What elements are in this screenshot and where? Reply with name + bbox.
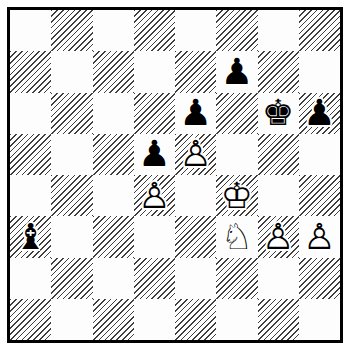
square-g6[interactable]: ♚ bbox=[258, 93, 299, 134]
black-pawn: ♟ bbox=[134, 134, 175, 175]
square-e2[interactable] bbox=[175, 258, 216, 299]
square-e6[interactable]: ♟ bbox=[175, 93, 216, 134]
square-b7[interactable] bbox=[51, 51, 92, 92]
white-king: ♚♔ bbox=[216, 175, 257, 216]
square-d2[interactable] bbox=[134, 258, 175, 299]
square-c4[interactable] bbox=[93, 175, 134, 216]
square-e5[interactable]: ♟♙ bbox=[175, 134, 216, 175]
square-g8[interactable] bbox=[258, 10, 299, 51]
square-a7[interactable] bbox=[10, 51, 51, 92]
square-g2[interactable] bbox=[258, 258, 299, 299]
square-c8[interactable] bbox=[93, 10, 134, 51]
square-f5[interactable] bbox=[216, 134, 257, 175]
black-bishop: ♝ bbox=[10, 216, 51, 257]
square-b2[interactable] bbox=[51, 258, 92, 299]
square-a5[interactable] bbox=[10, 134, 51, 175]
square-a3[interactable]: ♝ bbox=[10, 216, 51, 257]
square-f4[interactable]: ♚♔ bbox=[216, 175, 257, 216]
square-f1[interactable] bbox=[216, 299, 257, 340]
square-e3[interactable] bbox=[175, 216, 216, 257]
square-c6[interactable] bbox=[93, 93, 134, 134]
square-h6[interactable]: ♟ bbox=[299, 93, 340, 134]
square-d7[interactable] bbox=[134, 51, 175, 92]
square-h2[interactable] bbox=[299, 258, 340, 299]
square-f3[interactable]: ♞♘ bbox=[216, 216, 257, 257]
square-g5[interactable] bbox=[258, 134, 299, 175]
square-f2[interactable] bbox=[216, 258, 257, 299]
black-pawn: ♟ bbox=[216, 51, 257, 92]
square-d6[interactable] bbox=[134, 93, 175, 134]
square-a1[interactable] bbox=[10, 299, 51, 340]
square-g7[interactable] bbox=[258, 51, 299, 92]
white-pawn: ♟♙ bbox=[299, 216, 340, 257]
square-b8[interactable] bbox=[51, 10, 92, 51]
white-pawn: ♟♙ bbox=[175, 134, 216, 175]
square-c1[interactable] bbox=[93, 299, 134, 340]
square-e1[interactable] bbox=[175, 299, 216, 340]
square-a2[interactable] bbox=[10, 258, 51, 299]
square-d8[interactable] bbox=[134, 10, 175, 51]
square-h7[interactable] bbox=[299, 51, 340, 92]
white-pawn: ♟♙ bbox=[134, 175, 175, 216]
board-frame: ♟♟♚♟♟♟♙♟♙♚♔♝♞♘♟♙♟♙ bbox=[7, 7, 343, 343]
square-d5[interactable]: ♟ bbox=[134, 134, 175, 175]
square-d1[interactable] bbox=[134, 299, 175, 340]
square-h3[interactable]: ♟♙ bbox=[299, 216, 340, 257]
square-h4[interactable] bbox=[299, 175, 340, 216]
square-b4[interactable] bbox=[51, 175, 92, 216]
black-pawn: ♟ bbox=[299, 93, 340, 134]
square-b1[interactable] bbox=[51, 299, 92, 340]
square-g1[interactable] bbox=[258, 299, 299, 340]
chess-board: ♟♟♚♟♟♟♙♟♙♚♔♝♞♘♟♙♟♙ bbox=[10, 10, 340, 340]
square-h5[interactable] bbox=[299, 134, 340, 175]
square-d4[interactable]: ♟♙ bbox=[134, 175, 175, 216]
black-pawn: ♟ bbox=[175, 93, 216, 134]
square-b3[interactable] bbox=[51, 216, 92, 257]
square-d3[interactable] bbox=[134, 216, 175, 257]
chess-diagram: ♟♟♚♟♟♟♙♟♙♚♔♝♞♘♟♙♟♙ bbox=[0, 0, 350, 350]
square-e8[interactable] bbox=[175, 10, 216, 51]
square-a4[interactable] bbox=[10, 175, 51, 216]
square-e4[interactable] bbox=[175, 175, 216, 216]
square-c7[interactable] bbox=[93, 51, 134, 92]
square-a6[interactable] bbox=[10, 93, 51, 134]
square-g3[interactable]: ♟♙ bbox=[258, 216, 299, 257]
square-e7[interactable] bbox=[175, 51, 216, 92]
square-b6[interactable] bbox=[51, 93, 92, 134]
square-c5[interactable] bbox=[93, 134, 134, 175]
square-b5[interactable] bbox=[51, 134, 92, 175]
white-pawn: ♟♙ bbox=[258, 216, 299, 257]
square-a8[interactable] bbox=[10, 10, 51, 51]
square-c3[interactable] bbox=[93, 216, 134, 257]
black-king: ♚ bbox=[258, 93, 299, 134]
white-knight: ♞♘ bbox=[216, 216, 257, 257]
square-h1[interactable] bbox=[299, 299, 340, 340]
square-h8[interactable] bbox=[299, 10, 340, 51]
square-f6[interactable] bbox=[216, 93, 257, 134]
square-g4[interactable] bbox=[258, 175, 299, 216]
square-f8[interactable] bbox=[216, 10, 257, 51]
square-c2[interactable] bbox=[93, 258, 134, 299]
square-f7[interactable]: ♟ bbox=[216, 51, 257, 92]
